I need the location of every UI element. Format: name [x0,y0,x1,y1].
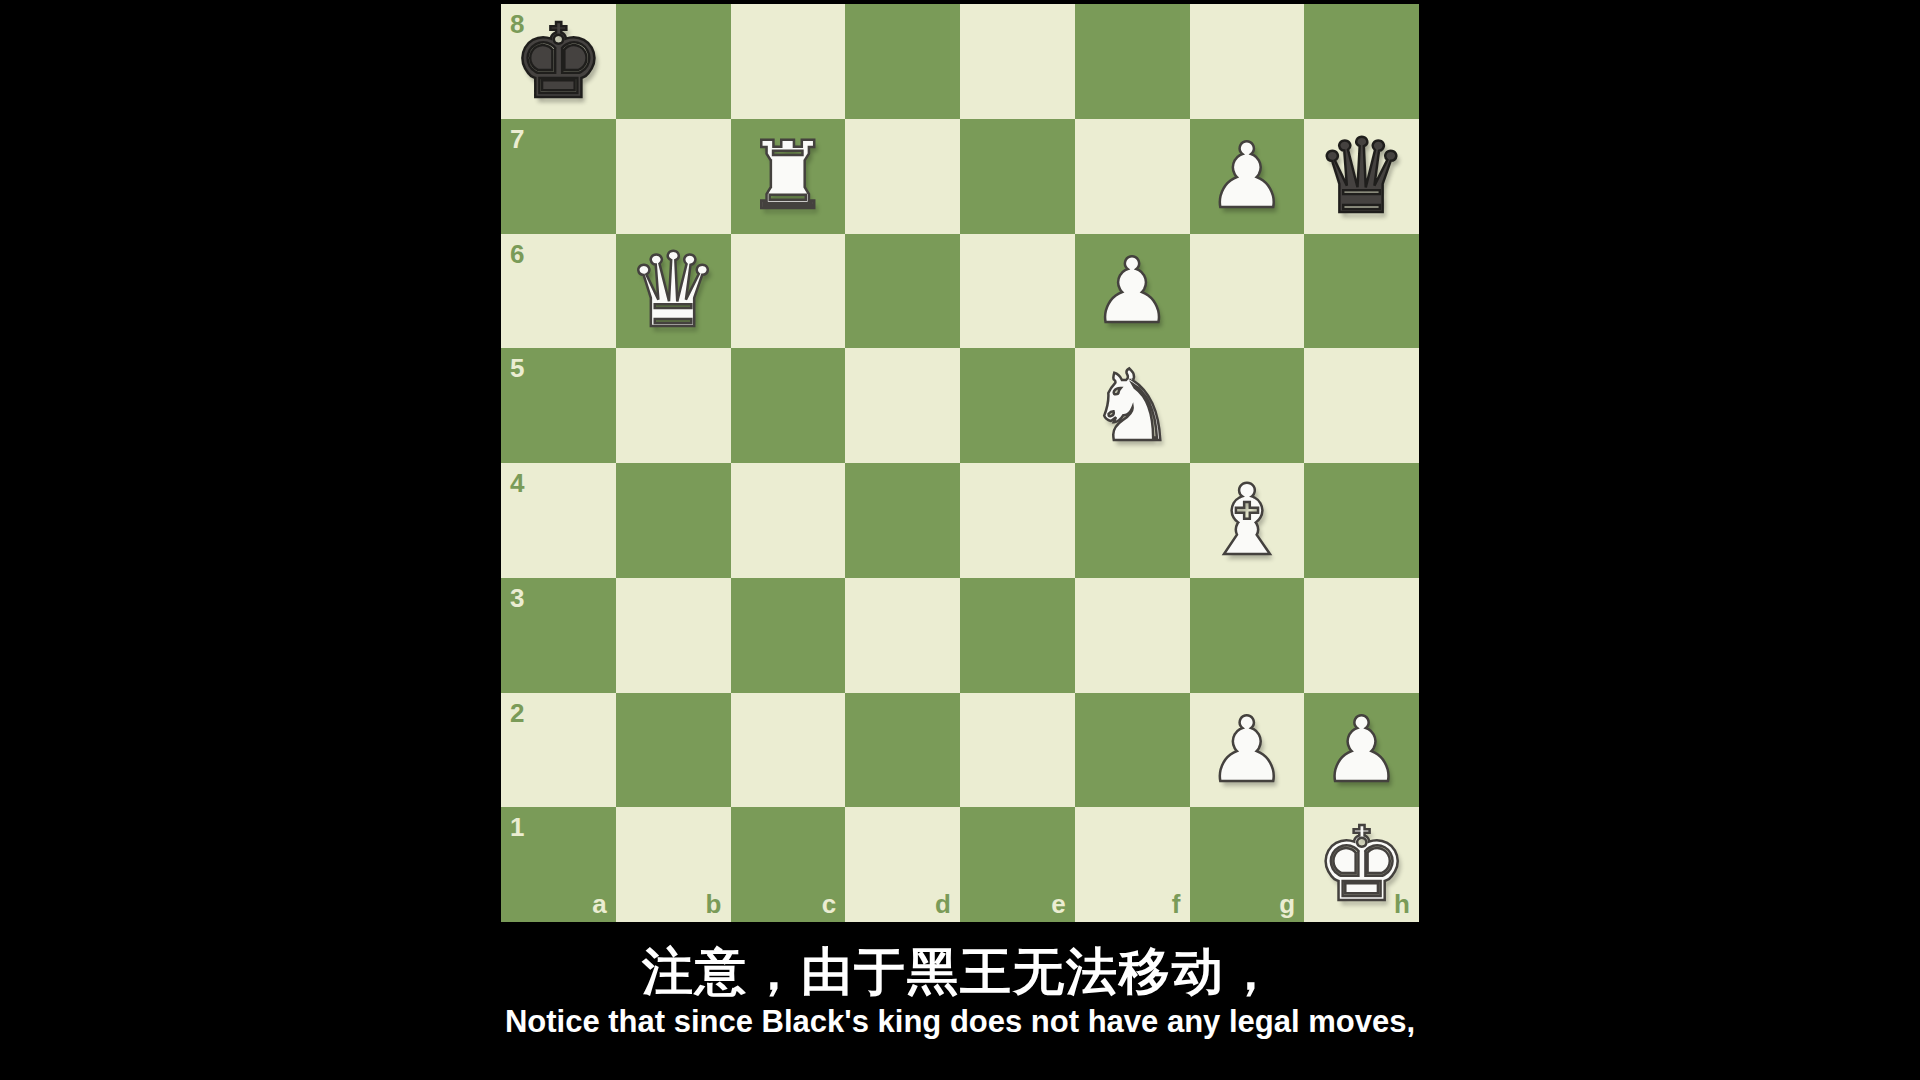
white-pawn-piece[interactable]: ♟ [1207,705,1288,795]
square-a8[interactable]: 8♚ [501,4,616,119]
square-f6[interactable]: ♟ [1075,234,1190,349]
square-b5[interactable] [616,348,731,463]
square-e8[interactable] [960,4,1075,119]
square-e3[interactable] [960,578,1075,693]
file-label-f: f [1172,891,1181,917]
file-label-g: g [1279,891,1295,917]
square-g7[interactable]: ♟ [1190,119,1305,234]
square-a2[interactable]: 2 [501,693,616,808]
square-b6[interactable]: ♛ [616,234,731,349]
square-h8[interactable] [1304,4,1419,119]
square-a7[interactable]: 7 [501,119,616,234]
square-e5[interactable] [960,348,1075,463]
square-c8[interactable] [731,4,846,119]
file-label-a: a [592,891,606,917]
square-g6[interactable] [1190,234,1305,349]
square-b1[interactable]: b [616,807,731,922]
square-c4[interactable] [731,463,846,578]
square-d6[interactable] [845,234,960,349]
white-pawn-piece[interactable]: ♟ [1207,131,1288,221]
square-b7[interactable] [616,119,731,234]
square-c2[interactable] [731,693,846,808]
square-d3[interactable] [845,578,960,693]
square-b8[interactable] [616,4,731,119]
square-b2[interactable] [616,693,731,808]
square-c5[interactable] [731,348,846,463]
square-d4[interactable] [845,463,960,578]
square-a3[interactable]: 3 [501,578,616,693]
white-pawn-piece[interactable]: ♟ [1092,246,1173,336]
square-d8[interactable] [845,4,960,119]
square-a4[interactable]: 4 [501,463,616,578]
file-label-e: e [1051,891,1065,917]
white-queen-piece[interactable]: ♛ [627,239,719,342]
rank-label-5: 5 [510,355,524,381]
file-label-b: b [706,891,722,917]
chess-board: 8♚7♜♟♛6♛♟5♞4♝32♟♟1abcdefgh♚ [501,4,1419,922]
rank-label-1: 1 [510,814,524,840]
rank-label-7: 7 [510,126,524,152]
square-h1[interactable]: h♚ [1304,807,1419,922]
square-c1[interactable]: c [731,807,846,922]
square-h6[interactable] [1304,234,1419,349]
square-c3[interactable] [731,578,846,693]
square-e2[interactable] [960,693,1075,808]
white-knight-piece[interactable]: ♞ [1088,357,1176,455]
rank-label-4: 4 [510,470,524,496]
square-e6[interactable] [960,234,1075,349]
white-rook-piece[interactable]: ♜ [746,129,830,223]
square-g8[interactable] [1190,4,1305,119]
white-pawn-piece[interactable]: ♟ [1321,705,1402,795]
square-h4[interactable] [1304,463,1419,578]
square-f4[interactable] [1075,463,1190,578]
square-f3[interactable] [1075,578,1190,693]
square-f1[interactable]: f [1075,807,1190,922]
black-king-piece[interactable]: ♚ [512,10,604,113]
square-a6[interactable]: 6 [501,234,616,349]
file-label-c: c [822,891,836,917]
square-h7[interactable]: ♛ [1304,119,1419,234]
square-h5[interactable] [1304,348,1419,463]
square-g3[interactable] [1190,578,1305,693]
square-g2[interactable]: ♟ [1190,693,1305,808]
square-b4[interactable] [616,463,731,578]
square-g1[interactable]: g [1190,807,1305,922]
white-king-piece[interactable]: ♚ [1315,813,1407,916]
square-d5[interactable] [845,348,960,463]
square-a1[interactable]: 1a [501,807,616,922]
rank-label-2: 2 [510,700,524,726]
white-bishop-piece[interactable]: ♝ [1203,471,1291,569]
square-c7[interactable]: ♜ [731,119,846,234]
black-queen-piece[interactable]: ♛ [1315,125,1407,228]
rank-label-6: 6 [510,241,524,267]
square-h3[interactable] [1304,578,1419,693]
square-f2[interactable] [1075,693,1190,808]
subtitle-english: Notice that since Black's king does not … [0,1004,1920,1040]
square-e1[interactable]: e [960,807,1075,922]
square-e4[interactable] [960,463,1075,578]
square-a5[interactable]: 5 [501,348,616,463]
subtitle-chinese: 注意，由于黑王无法移动， [0,938,1920,1007]
square-f8[interactable] [1075,4,1190,119]
square-d7[interactable] [845,119,960,234]
square-f5[interactable]: ♞ [1075,348,1190,463]
square-g4[interactable]: ♝ [1190,463,1305,578]
square-d1[interactable]: d [845,807,960,922]
square-b3[interactable] [616,578,731,693]
square-d2[interactable] [845,693,960,808]
square-c6[interactable] [731,234,846,349]
square-h2[interactable]: ♟ [1304,693,1419,808]
file-label-d: d [935,891,951,917]
square-g5[interactable] [1190,348,1305,463]
square-f7[interactable] [1075,119,1190,234]
rank-label-3: 3 [510,585,524,611]
square-e7[interactable] [960,119,1075,234]
